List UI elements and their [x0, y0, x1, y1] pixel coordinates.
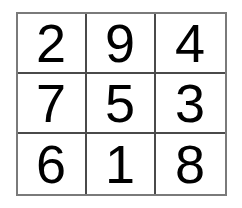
magic-square-board: 2 9 4 7 5 3 6 1 8: [16, 12, 227, 196]
cell-r3c2: 1: [87, 134, 156, 194]
cell-r1c3: 4: [156, 14, 225, 74]
cell-r1c1: 2: [18, 14, 87, 74]
cell-r2c2: 5: [87, 74, 156, 134]
cell-r3c1: 6: [18, 134, 87, 194]
cell-r3c3: 8: [156, 134, 225, 194]
cell-r2c1: 7: [18, 74, 87, 134]
cell-r1c2: 9: [87, 14, 156, 74]
cell-r2c3: 3: [156, 74, 225, 134]
